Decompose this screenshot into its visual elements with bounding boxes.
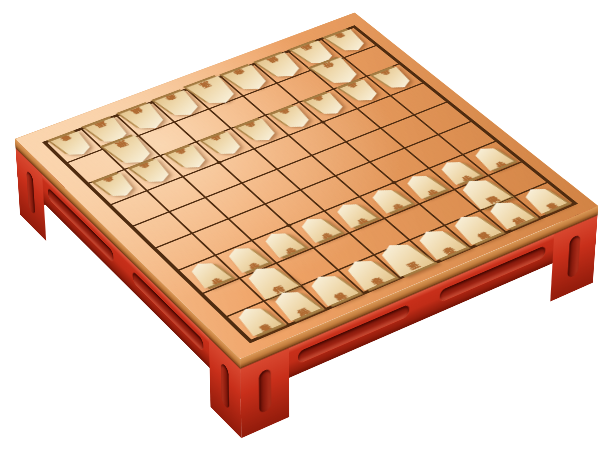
board-cell	[419, 189, 479, 225]
shogi-piece-pawn: 歩兵	[330, 200, 377, 229]
piece-kanji: 飛車	[477, 189, 488, 194]
board-cell: 香車	[226, 301, 289, 341]
piece-face: 銀将	[302, 270, 359, 306]
piece-side	[343, 256, 400, 292]
board-cell: 銀将	[301, 270, 363, 308]
piece-kanji: 王将	[398, 255, 409, 261]
piece-kanji: 歩兵	[356, 90, 366, 94]
leg-slot	[259, 368, 271, 414]
board-top: 香車桂馬銀将金将玉将金将銀将桂馬香車飛車角行歩兵歩兵歩兵歩兵歩兵歩兵歩兵歩兵歩兵…	[15, 13, 598, 359]
piece-kanji: 歩兵	[148, 170, 158, 175]
shogi-piece-knight: 桂馬	[267, 286, 322, 321]
board-cell: 角行	[240, 263, 302, 301]
piece-side	[522, 185, 572, 215]
shogi-piece-gold: 金将	[411, 225, 467, 260]
piece-side	[415, 226, 472, 261]
board-cell	[313, 233, 374, 270]
piece-face: 銀将	[446, 211, 502, 245]
piece-kanji: 歩兵	[112, 184, 122, 189]
piece-face: 歩兵	[294, 214, 341, 243]
piece-face: 歩兵	[222, 243, 269, 273]
piece-face: 歩兵	[365, 185, 412, 214]
piece-side	[458, 175, 516, 210]
piece-kanji: 歩兵	[184, 156, 194, 161]
shogi-piece-king: 王将	[372, 238, 435, 277]
piece-kanji: 角行	[333, 70, 343, 75]
board-cell	[229, 204, 289, 240]
shogi-piece-knight: 桂馬	[482, 197, 535, 229]
board-cell	[206, 183, 265, 219]
piece-kanji: 金将	[175, 103, 186, 108]
board-cell	[277, 248, 338, 286]
piece-kanji: 歩兵	[313, 226, 323, 231]
shogi-piece-silver: 銀将	[302, 270, 359, 306]
piece-kanji: 金将	[362, 270, 373, 276]
board-cell	[242, 169, 301, 204]
board-cell: 歩兵	[360, 183, 420, 219]
piece-kanji: 銀将	[140, 116, 151, 121]
board-cell: 香車	[514, 182, 574, 217]
shogi-piece-pawn: 歩兵	[365, 185, 412, 214]
piece-kanji: 香車	[69, 143, 79, 148]
piece-kanji: 角行	[264, 278, 275, 284]
piece-side	[450, 212, 506, 247]
board-cell	[169, 197, 228, 233]
piece-face: 歩兵	[94, 172, 139, 200]
board-cell: 桂馬	[479, 196, 539, 232]
board-cell: 桂馬	[264, 285, 326, 324]
piece-kanji: 歩兵	[348, 211, 358, 216]
piece-face: 香車	[518, 184, 568, 214]
piece-side	[271, 287, 326, 322]
piece-side	[404, 172, 451, 200]
piece-face: 歩兵	[184, 258, 232, 289]
board-cell: 金将	[410, 225, 471, 262]
piece-kanji: 桂馬	[104, 129, 115, 134]
board-cell	[192, 219, 252, 256]
shogi-piece-pawn: 歩兵	[184, 258, 232, 289]
board-cell: 歩兵	[216, 240, 277, 277]
piece-side	[244, 263, 304, 301]
shogi-piece-pawn: 歩兵	[94, 172, 139, 200]
shogi-piece-lance: 香車	[231, 303, 283, 337]
piece-face: 飛車	[454, 175, 512, 210]
piece-kanji: 歩兵	[384, 197, 394, 202]
board-cell: 歩兵	[324, 197, 384, 233]
shogi-piece-pawn: 歩兵	[222, 243, 269, 273]
piece-face: 歩兵	[330, 200, 377, 229]
piece-side	[189, 259, 237, 290]
board-cell: 王将	[374, 240, 435, 277]
shogi-piece-bishop: 角行	[239, 262, 299, 300]
piece-kanji: 玉将	[209, 90, 219, 95]
piece-kanji: 歩兵	[486, 155, 496, 160]
board-cell	[300, 176, 359, 211]
board-cell: 歩兵	[178, 255, 239, 293]
piece-kanji: 香車	[343, 40, 352, 44]
piece-face: 歩兵	[400, 171, 447, 199]
shogi-piece-silver: 銀将	[446, 211, 502, 245]
piece-face: 桂馬	[267, 286, 322, 321]
shogi-piece-pawn: 歩兵	[294, 214, 341, 243]
board-cell: 銀将	[445, 211, 506, 247]
piece-kanji: 香車	[251, 317, 262, 322]
board-cell: 金将	[338, 255, 400, 293]
piece-face: 角行	[239, 262, 299, 300]
board-cell	[133, 212, 193, 248]
piece-face: 歩兵	[258, 228, 305, 258]
piece-kanji: 歩兵	[277, 241, 287, 246]
piece-kanji: 桂馬	[310, 52, 320, 57]
piece-face: 金将	[339, 255, 396, 291]
piece-side	[376, 239, 439, 278]
piece-kanji: 歩兵	[254, 129, 264, 134]
piece-side	[369, 186, 416, 215]
star-point	[285, 224, 292, 228]
board-cell	[147, 176, 206, 211]
piece-kanji: 桂馬	[503, 211, 514, 216]
board-cell: 飛車	[454, 175, 514, 210]
piece-kanji: 歩兵	[240, 256, 250, 261]
piece-kanji: 歩兵	[219, 142, 229, 147]
leg-slot	[221, 362, 229, 411]
piece-side	[299, 215, 346, 244]
shogi-piece-gold: 金将	[339, 255, 396, 291]
piece-kanji: 歩兵	[323, 103, 333, 107]
board-cell	[110, 190, 169, 226]
piece-kanji: 歩兵	[418, 183, 428, 188]
shogi-piece-pawn: 歩兵	[400, 171, 447, 199]
piece-side	[226, 244, 274, 274]
piece-face: 香車	[231, 303, 283, 337]
board-cell: 歩兵	[88, 170, 146, 205]
piece-kanji: 飛車	[126, 149, 137, 154]
board-cell	[349, 218, 410, 255]
piece-side	[334, 200, 381, 229]
shogi-piece-lance: 香車	[518, 184, 568, 214]
piece-kanji: 桂馬	[288, 301, 299, 307]
piece-side	[90, 171, 135, 199]
board-cell: 歩兵	[252, 226, 313, 263]
piece-side	[262, 229, 309, 259]
piece-face: 金将	[411, 225, 467, 260]
piece-side	[235, 304, 287, 338]
piece-kanji: 歩兵	[203, 271, 214, 276]
piece-kanji: 歩兵	[389, 77, 398, 81]
piece-kanji: 金将	[433, 240, 444, 245]
piece-side	[486, 198, 539, 230]
piece-kanji: 銀将	[277, 64, 287, 69]
piece-side	[307, 271, 364, 307]
star-point	[391, 181, 398, 185]
piece-kanji: 金将	[243, 77, 253, 82]
piece-kanji: 歩兵	[453, 169, 463, 174]
board-cell: 歩兵	[289, 211, 349, 247]
board-grid: 香車桂馬銀将金将玉将金将銀将桂馬香車飛車角行歩兵歩兵歩兵歩兵歩兵歩兵歩兵歩兵歩兵…	[42, 25, 578, 343]
board-cell	[384, 204, 444, 240]
board-cell	[265, 190, 325, 226]
piece-face: 王将	[372, 238, 435, 277]
shogi-piece-pawn: 歩兵	[258, 228, 305, 258]
piece-kanji: 銀将	[469, 225, 480, 230]
piece-face: 桂馬	[482, 197, 535, 229]
piece-kanji: 銀将	[325, 285, 336, 291]
board-cell: 歩兵	[395, 169, 454, 204]
piece-kanji: 香車	[538, 197, 548, 202]
board-cell	[202, 278, 264, 317]
shogi-set-photo: 香車桂馬銀将金将玉将金将銀将桂馬香車飛車角行歩兵歩兵歩兵歩兵歩兵歩兵歩兵歩兵歩兵…	[0, 0, 610, 450]
piece-kanji: 歩兵	[289, 116, 299, 121]
shogi-piece-rook: 飛車	[454, 175, 512, 210]
board-cell	[155, 233, 215, 270]
